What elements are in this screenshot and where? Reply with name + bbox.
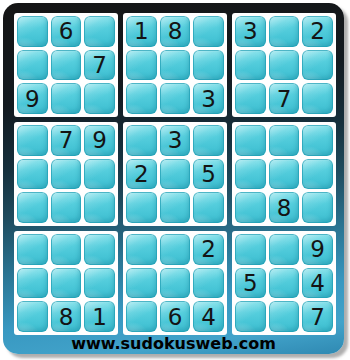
cell-r2c7[interactable] [235, 50, 266, 81]
sudoku-grid: 679183327793258812649547 [14, 13, 336, 335]
box-3: 327 [232, 13, 336, 117]
cell-r2c8[interactable] [269, 50, 300, 81]
cell-r6c7[interactable] [235, 192, 266, 223]
cell-r6c6[interactable] [193, 192, 224, 223]
cell-r9c2[interactable]: 8 [51, 301, 82, 332]
cell-r4c6[interactable] [193, 125, 224, 156]
cell-r2c2[interactable] [51, 50, 82, 81]
cell-r2c9[interactable] [302, 50, 333, 81]
cell-r6c2[interactable] [51, 192, 82, 223]
cell-r3c1[interactable]: 9 [17, 83, 48, 114]
cell-r8c4[interactable] [126, 268, 157, 299]
box-1: 679 [14, 13, 118, 117]
cell-r7c3[interactable] [84, 234, 115, 265]
cell-r9c5[interactable]: 6 [160, 301, 191, 332]
cell-r3c6[interactable]: 3 [193, 83, 224, 114]
cell-r2c5[interactable] [160, 50, 191, 81]
cell-r7c5[interactable] [160, 234, 191, 265]
cell-r1c3[interactable] [84, 16, 115, 47]
cell-r7c9[interactable]: 9 [302, 234, 333, 265]
cell-r5c3[interactable] [84, 159, 115, 190]
cell-r2c1[interactable] [17, 50, 48, 81]
cell-r4c5[interactable]: 3 [160, 125, 191, 156]
cell-r4c3[interactable]: 9 [84, 125, 115, 156]
cell-r6c3[interactable] [84, 192, 115, 223]
box-4: 79 [14, 122, 118, 226]
cell-r1c6[interactable] [193, 16, 224, 47]
cell-r3c8[interactable]: 7 [269, 83, 300, 114]
cell-r9c7[interactable] [235, 301, 266, 332]
cell-r9c8[interactable] [269, 301, 300, 332]
cell-r6c5[interactable] [160, 192, 191, 223]
cell-r7c4[interactable] [126, 234, 157, 265]
cell-r1c2[interactable]: 6 [51, 16, 82, 47]
cell-r4c1[interactable] [17, 125, 48, 156]
cell-r3c7[interactable] [235, 83, 266, 114]
cell-r8c8[interactable] [269, 268, 300, 299]
cell-r8c3[interactable] [84, 268, 115, 299]
cell-r5c6[interactable]: 5 [193, 159, 224, 190]
cell-r2c6[interactable] [193, 50, 224, 81]
cell-r9c1[interactable] [17, 301, 48, 332]
cell-r1c1[interactable] [17, 16, 48, 47]
cell-r5c8[interactable] [269, 159, 300, 190]
cell-r7c8[interactable] [269, 234, 300, 265]
cell-r3c2[interactable] [51, 83, 82, 114]
box-9: 9547 [232, 231, 336, 335]
cell-r4c4[interactable] [126, 125, 157, 156]
cell-r3c9[interactable] [302, 83, 333, 114]
cell-r7c6[interactable]: 2 [193, 234, 224, 265]
box-7: 81 [14, 231, 118, 335]
cell-r6c4[interactable] [126, 192, 157, 223]
cell-r1c8[interactable] [269, 16, 300, 47]
cell-r8c5[interactable] [160, 268, 191, 299]
cell-r9c6[interactable]: 4 [193, 301, 224, 332]
site-url-text: www.sudokusweb.com [3, 335, 344, 352]
cell-r8c2[interactable] [51, 268, 82, 299]
cell-r6c1[interactable] [17, 192, 48, 223]
cell-r8c9[interactable]: 4 [302, 268, 333, 299]
cell-r5c2[interactable] [51, 159, 82, 190]
cell-r9c3[interactable]: 1 [84, 301, 115, 332]
cell-r4c2[interactable]: 7 [51, 125, 82, 156]
cell-r5c7[interactable] [235, 159, 266, 190]
cell-r4c7[interactable] [235, 125, 266, 156]
cell-r8c7[interactable]: 5 [235, 268, 266, 299]
cell-r8c6[interactable] [193, 268, 224, 299]
cell-r1c7[interactable]: 3 [235, 16, 266, 47]
cell-r3c4[interactable] [126, 83, 157, 114]
cell-r5c1[interactable] [17, 159, 48, 190]
cell-r6c9[interactable] [302, 192, 333, 223]
cell-r1c4[interactable]: 1 [126, 16, 157, 47]
box-5: 325 [123, 122, 227, 226]
cell-r3c5[interactable] [160, 83, 191, 114]
cell-r9c4[interactable] [126, 301, 157, 332]
cell-r6c8[interactable]: 8 [269, 192, 300, 223]
cell-r2c4[interactable] [126, 50, 157, 81]
cell-r7c2[interactable] [51, 234, 82, 265]
cell-r8c1[interactable] [17, 268, 48, 299]
cell-r1c5[interactable]: 8 [160, 16, 191, 47]
cell-r5c9[interactable] [302, 159, 333, 190]
sudoku-board-frame: 679183327793258812649547 www.sudokusweb.… [3, 3, 344, 354]
cell-r4c9[interactable] [302, 125, 333, 156]
cell-r4c8[interactable] [269, 125, 300, 156]
cell-r1c9[interactable]: 2 [302, 16, 333, 47]
box-2: 183 [123, 13, 227, 117]
cell-r2c3[interactable]: 7 [84, 50, 115, 81]
box-8: 264 [123, 231, 227, 335]
cell-r7c1[interactable] [17, 234, 48, 265]
cell-r3c3[interactable] [84, 83, 115, 114]
cell-r5c4[interactable]: 2 [126, 159, 157, 190]
cell-r9c9[interactable]: 7 [302, 301, 333, 332]
cell-r7c7[interactable] [235, 234, 266, 265]
cell-r5c5[interactable] [160, 159, 191, 190]
box-6: 8 [232, 122, 336, 226]
